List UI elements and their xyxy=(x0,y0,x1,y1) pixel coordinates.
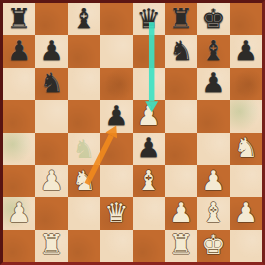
white-knight[interactable]: ♞ xyxy=(234,134,258,161)
white-rook[interactable]: ♜ xyxy=(169,231,193,258)
square-d3[interactable] xyxy=(100,165,132,197)
square-f2[interactable]: ♟ xyxy=(165,197,197,229)
square-a4[interactable] xyxy=(3,133,35,165)
board-squares: ♜♝♛♜♚♟♟♞♝♟♞♟♟♟♞♟♞♟♞♝♟♟♛♟♝♟♜♜♚ xyxy=(3,3,262,262)
square-g4[interactable] xyxy=(197,133,229,165)
square-e1[interactable] xyxy=(133,230,165,262)
black-pawn[interactable]: ♟ xyxy=(39,37,63,64)
square-c4[interactable]: ♞ xyxy=(68,133,100,165)
black-knight[interactable]: ♞ xyxy=(39,69,63,96)
square-d6[interactable] xyxy=(100,68,132,100)
square-d2[interactable]: ♛ xyxy=(100,197,132,229)
black-bishop[interactable]: ♝ xyxy=(72,5,96,32)
black-pawn[interactable]: ♟ xyxy=(7,37,31,64)
square-h1[interactable] xyxy=(230,230,262,262)
white-bishop[interactable]: ♝ xyxy=(137,167,161,194)
square-g7[interactable]: ♝ xyxy=(197,35,229,67)
square-c3[interactable]: ♞ xyxy=(68,165,100,197)
square-b8[interactable] xyxy=(35,3,67,35)
square-a6[interactable] xyxy=(3,68,35,100)
square-e3[interactable]: ♝ xyxy=(133,165,165,197)
square-c7[interactable] xyxy=(68,35,100,67)
black-rook[interactable]: ♜ xyxy=(169,5,193,32)
square-e4[interactable]: ♟ xyxy=(133,133,165,165)
square-e6[interactable] xyxy=(133,68,165,100)
black-pawn[interactable]: ♟ xyxy=(137,134,161,161)
square-g2[interactable]: ♝ xyxy=(197,197,229,229)
square-f6[interactable] xyxy=(165,68,197,100)
square-h4[interactable]: ♞ xyxy=(230,133,262,165)
black-queen[interactable]: ♛ xyxy=(137,5,161,32)
square-b6[interactable]: ♞ xyxy=(35,68,67,100)
white-knight[interactable]: ♞ xyxy=(72,167,96,194)
square-c1[interactable] xyxy=(68,230,100,262)
chess-board: ♜♝♛♜♚♟♟♞♝♟♞♟♟♟♞♟♞♟♞♝♟♟♛♟♝♟♜♜♚ xyxy=(0,0,265,265)
black-pawn[interactable]: ♟ xyxy=(234,37,258,64)
knight-watermark: ♞ xyxy=(68,133,100,165)
square-h7[interactable]: ♟ xyxy=(230,35,262,67)
white-pawn[interactable]: ♟ xyxy=(137,102,161,129)
black-pawn[interactable]: ♟ xyxy=(104,102,128,129)
square-e2[interactable] xyxy=(133,197,165,229)
square-g5[interactable] xyxy=(197,100,229,132)
square-h8[interactable] xyxy=(230,3,262,35)
square-f5[interactable] xyxy=(165,100,197,132)
square-f1[interactable]: ♜ xyxy=(165,230,197,262)
square-h6[interactable] xyxy=(230,68,262,100)
square-b5[interactable] xyxy=(35,100,67,132)
square-d4[interactable] xyxy=(100,133,132,165)
black-king[interactable]: ♚ xyxy=(201,5,225,32)
white-rook[interactable]: ♜ xyxy=(39,231,63,258)
white-pawn[interactable]: ♟ xyxy=(39,167,63,194)
square-g6[interactable]: ♟ xyxy=(197,68,229,100)
square-a8[interactable]: ♜ xyxy=(3,3,35,35)
white-queen[interactable]: ♛ xyxy=(104,199,128,226)
square-h5[interactable] xyxy=(230,100,262,132)
square-f4[interactable] xyxy=(165,133,197,165)
square-b1[interactable]: ♜ xyxy=(35,230,67,262)
square-h3[interactable] xyxy=(230,165,262,197)
black-knight[interactable]: ♞ xyxy=(169,37,193,64)
white-king[interactable]: ♚ xyxy=(201,231,225,258)
square-b7[interactable]: ♟ xyxy=(35,35,67,67)
square-a5[interactable] xyxy=(3,100,35,132)
square-d1[interactable] xyxy=(100,230,132,262)
square-b3[interactable]: ♟ xyxy=(35,165,67,197)
square-a7[interactable]: ♟ xyxy=(3,35,35,67)
black-rook[interactable]: ♜ xyxy=(7,5,31,32)
white-pawn[interactable]: ♟ xyxy=(169,199,193,226)
square-c5[interactable] xyxy=(68,100,100,132)
square-b2[interactable] xyxy=(35,197,67,229)
square-f7[interactable]: ♞ xyxy=(165,35,197,67)
square-e8[interactable]: ♛ xyxy=(133,3,165,35)
square-c8[interactable]: ♝ xyxy=(68,3,100,35)
square-e7[interactable] xyxy=(133,35,165,67)
square-f8[interactable]: ♜ xyxy=(165,3,197,35)
square-a3[interactable] xyxy=(3,165,35,197)
square-f3[interactable] xyxy=(165,165,197,197)
square-c2[interactable] xyxy=(68,197,100,229)
square-b4[interactable] xyxy=(35,133,67,165)
square-g3[interactable]: ♟ xyxy=(197,165,229,197)
square-g1[interactable]: ♚ xyxy=(197,230,229,262)
black-pawn[interactable]: ♟ xyxy=(201,69,225,96)
square-a1[interactable] xyxy=(3,230,35,262)
white-pawn[interactable]: ♟ xyxy=(7,199,31,226)
square-g8[interactable]: ♚ xyxy=(197,3,229,35)
square-c6[interactable] xyxy=(68,68,100,100)
square-d5[interactable]: ♟ xyxy=(100,100,132,132)
square-e5[interactable]: ♟ xyxy=(133,100,165,132)
square-d7[interactable] xyxy=(100,35,132,67)
square-h2[interactable]: ♟ xyxy=(230,197,262,229)
white-pawn[interactable]: ♟ xyxy=(201,167,225,194)
square-d8[interactable] xyxy=(100,3,132,35)
square-a2[interactable]: ♟ xyxy=(3,197,35,229)
white-bishop[interactable]: ♝ xyxy=(201,199,225,226)
black-bishop[interactable]: ♝ xyxy=(201,37,225,64)
white-pawn[interactable]: ♟ xyxy=(234,199,258,226)
